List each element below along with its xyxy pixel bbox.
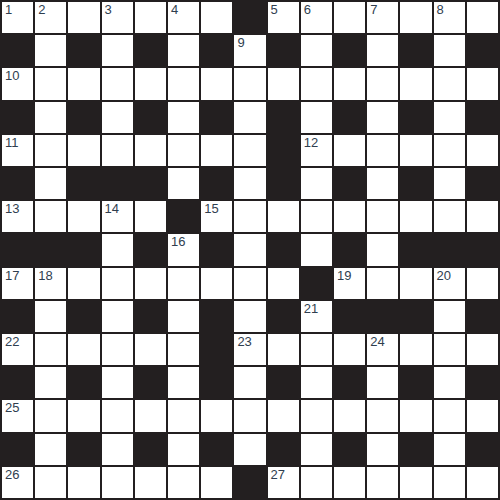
- black-cell-r5c4: [135, 168, 166, 199]
- white-cell-r5c13[interactable]: [434, 168, 465, 199]
- white-cell-r13c5[interactable]: [168, 434, 199, 465]
- white-cell-r8c4[interactable]: [135, 268, 166, 299]
- white-cell-r2c6[interactable]: [201, 68, 232, 99]
- black-cell-r13c6: [201, 434, 232, 465]
- clue-number-19: 19: [337, 269, 351, 283]
- clue-number-4: 4: [171, 3, 178, 17]
- white-cell-r7c9[interactable]: [301, 234, 332, 265]
- white-cell-r6c14[interactable]: [467, 201, 498, 232]
- white-cell-r4c12[interactable]: [400, 135, 431, 166]
- black-cell-r1c12: [400, 35, 431, 66]
- black-cell-r4c8: [268, 135, 299, 166]
- white-cell-r11c5[interactable]: [168, 367, 199, 398]
- white-cell-r14c2[interactable]: [68, 467, 99, 498]
- black-cell-r7c12: [400, 234, 431, 265]
- white-cell-r0c5[interactable]: 4: [168, 2, 199, 33]
- black-cell-r7c0: [2, 234, 33, 265]
- white-cell-r4c4[interactable]: [135, 135, 166, 166]
- white-cell-r5c7[interactable]: [234, 168, 265, 199]
- white-cell-r1c11[interactable]: [367, 35, 398, 66]
- white-cell-r12c1[interactable]: [35, 400, 66, 431]
- clue-number-10: 10: [5, 69, 19, 83]
- white-cell-r12c3[interactable]: [102, 400, 133, 431]
- black-cell-r8c9: [301, 268, 332, 299]
- white-cell-r2c4[interactable]: [135, 68, 166, 99]
- white-cell-r12c9[interactable]: [301, 400, 332, 431]
- white-cell-r2c12[interactable]: [400, 68, 431, 99]
- clue-number-14: 14: [105, 202, 119, 216]
- black-cell-r1c6: [201, 35, 232, 66]
- black-cell-r3c0: [2, 102, 33, 133]
- white-cell-r9c5[interactable]: [168, 301, 199, 332]
- white-cell-r0c0[interactable]: 1: [2, 2, 33, 33]
- white-cell-r2c0[interactable]: 10: [2, 68, 33, 99]
- white-cell-r11c9[interactable]: [301, 367, 332, 398]
- black-cell-r5c8: [268, 168, 299, 199]
- clue-number-12: 12: [304, 136, 318, 150]
- white-cell-r10c8[interactable]: [268, 334, 299, 365]
- white-cell-r14c10[interactable]: [334, 467, 365, 498]
- black-cell-r11c8: [268, 367, 299, 398]
- black-cell-r9c4: [135, 301, 166, 332]
- white-cell-r4c11[interactable]: [367, 135, 398, 166]
- black-cell-r3c10: [334, 102, 365, 133]
- black-cell-r11c0: [2, 367, 33, 398]
- black-cell-r9c11: [367, 301, 398, 332]
- black-cell-r7c13: [434, 234, 465, 265]
- white-cell-r13c13[interactable]: [434, 434, 465, 465]
- white-cell-r13c3[interactable]: [102, 434, 133, 465]
- white-cell-r12c0[interactable]: 25: [2, 400, 33, 431]
- white-cell-r12c14[interactable]: [467, 400, 498, 431]
- white-cell-r14c5[interactable]: [168, 467, 199, 498]
- white-cell-r2c10[interactable]: [334, 68, 365, 99]
- white-cell-r13c7[interactable]: [234, 434, 265, 465]
- white-cell-r6c6[interactable]: 15: [201, 201, 232, 232]
- white-cell-r8c3[interactable]: [102, 268, 133, 299]
- white-cell-r1c7[interactable]: 9: [234, 35, 265, 66]
- white-cell-r2c2[interactable]: [68, 68, 99, 99]
- white-cell-r10c0[interactable]: 22: [2, 334, 33, 365]
- black-cell-r9c10: [334, 301, 365, 332]
- black-cell-r9c6: [201, 301, 232, 332]
- white-cell-r10c4[interactable]: [135, 334, 166, 365]
- white-cell-r2c14[interactable]: [467, 68, 498, 99]
- white-cell-r13c11[interactable]: [367, 434, 398, 465]
- white-cell-r3c7[interactable]: [234, 102, 265, 133]
- black-cell-r14c7: [234, 467, 265, 498]
- white-cell-r3c3[interactable]: [102, 102, 133, 133]
- white-cell-r3c11[interactable]: [367, 102, 398, 133]
- white-cell-r10c12[interactable]: [400, 334, 431, 365]
- black-cell-r11c6: [201, 367, 232, 398]
- white-cell-r14c13[interactable]: [434, 467, 465, 498]
- white-cell-r1c9[interactable]: [301, 35, 332, 66]
- white-cell-r7c11[interactable]: [367, 234, 398, 265]
- white-cell-r3c1[interactable]: [35, 102, 66, 133]
- white-cell-r4c14[interactable]: [467, 135, 498, 166]
- clue-number-13: 13: [5, 202, 19, 216]
- white-cell-r6c8[interactable]: [268, 201, 299, 232]
- white-cell-r2c13[interactable]: [434, 68, 465, 99]
- white-cell-r1c13[interactable]: [434, 35, 465, 66]
- white-cell-r5c9[interactable]: [301, 168, 332, 199]
- white-cell-r4c13[interactable]: [434, 135, 465, 166]
- white-cell-r0c13[interactable]: 8: [434, 2, 465, 33]
- black-cell-r7c2: [68, 234, 99, 265]
- black-cell-r13c8: [268, 434, 299, 465]
- clue-number-15: 15: [204, 202, 218, 216]
- white-cell-r10c11[interactable]: 24: [367, 334, 398, 365]
- white-cell-r6c7[interactable]: [234, 201, 265, 232]
- white-cell-r9c7[interactable]: [234, 301, 265, 332]
- clue-number-3: 3: [105, 3, 112, 17]
- black-cell-r0c7: [234, 2, 265, 33]
- white-cell-r3c5[interactable]: [168, 102, 199, 133]
- white-cell-r0c4[interactable]: [135, 2, 166, 33]
- white-cell-r4c1[interactable]: [35, 135, 66, 166]
- white-cell-r1c5[interactable]: [168, 35, 199, 66]
- clue-number-25: 25: [5, 401, 19, 415]
- white-cell-r8c10[interactable]: 19: [334, 268, 365, 299]
- clue-number-27: 27: [271, 468, 285, 482]
- white-cell-r6c11[interactable]: [367, 201, 398, 232]
- white-cell-r6c4[interactable]: [135, 201, 166, 232]
- black-cell-r1c2: [68, 35, 99, 66]
- black-cell-r5c3: [102, 168, 133, 199]
- white-cell-r7c5[interactable]: 16: [168, 234, 199, 265]
- white-cell-r10c10[interactable]: [334, 334, 365, 365]
- black-cell-r9c14: [467, 301, 498, 332]
- white-cell-r14c0[interactable]: 26: [2, 467, 33, 498]
- black-cell-r5c2: [68, 168, 99, 199]
- black-cell-r7c1: [35, 234, 66, 265]
- white-cell-r6c2[interactable]: [68, 201, 99, 232]
- white-cell-r0c2[interactable]: [68, 2, 99, 33]
- white-cell-r2c7[interactable]: [234, 68, 265, 99]
- white-cell-r14c11[interactable]: [367, 467, 398, 498]
- white-cell-r6c10[interactable]: [334, 201, 365, 232]
- black-cell-r7c4: [135, 234, 166, 265]
- white-cell-r9c13[interactable]: [434, 301, 465, 332]
- white-cell-r0c10[interactable]: [334, 2, 365, 33]
- white-cell-r11c13[interactable]: [434, 367, 465, 398]
- white-cell-r9c1[interactable]: [35, 301, 66, 332]
- white-cell-r13c1[interactable]: [35, 434, 66, 465]
- white-cell-r12c11[interactable]: [367, 400, 398, 431]
- black-cell-r7c8: [268, 234, 299, 265]
- black-cell-r7c10: [334, 234, 365, 265]
- white-cell-r4c5[interactable]: [168, 135, 199, 166]
- white-cell-r11c1[interactable]: [35, 367, 66, 398]
- black-cell-r13c2: [68, 434, 99, 465]
- white-cell-r10c7[interactable]: 23: [234, 334, 265, 365]
- white-cell-r14c12[interactable]: [400, 467, 431, 498]
- white-cell-r0c9[interactable]: 6: [301, 2, 332, 33]
- white-cell-r8c14[interactable]: [467, 268, 498, 299]
- black-cell-r5c10: [334, 168, 365, 199]
- black-cell-r1c4: [135, 35, 166, 66]
- black-cell-r9c2: [68, 301, 99, 332]
- black-cell-r3c14: [467, 102, 498, 133]
- white-cell-r8c11[interactable]: [367, 268, 398, 299]
- black-cell-r13c4: [135, 434, 166, 465]
- white-cell-r0c8[interactable]: 5: [268, 2, 299, 33]
- white-cell-r12c6[interactable]: [201, 400, 232, 431]
- black-cell-r11c12: [400, 367, 431, 398]
- white-cell-r0c12[interactable]: [400, 2, 431, 33]
- white-cell-r6c9[interactable]: [301, 201, 332, 232]
- white-cell-r5c11[interactable]: [367, 168, 398, 199]
- white-cell-r5c5[interactable]: [168, 168, 199, 199]
- black-cell-r1c14: [467, 35, 498, 66]
- white-cell-r4c6[interactable]: [201, 135, 232, 166]
- clue-number-1: 1: [5, 3, 12, 17]
- white-cell-r4c3[interactable]: [102, 135, 133, 166]
- white-cell-r4c2[interactable]: [68, 135, 99, 166]
- black-cell-r3c12: [400, 102, 431, 133]
- white-cell-r8c6[interactable]: [201, 268, 232, 299]
- white-cell-r14c3[interactable]: [102, 467, 133, 498]
- black-cell-r7c14: [467, 234, 498, 265]
- white-cell-r3c9[interactable]: [301, 102, 332, 133]
- clue-number-24: 24: [370, 335, 384, 349]
- white-cell-r8c0[interactable]: 17: [2, 268, 33, 299]
- white-cell-r9c3[interactable]: [102, 301, 133, 332]
- black-cell-r1c8: [268, 35, 299, 66]
- white-cell-r13c9[interactable]: [301, 434, 332, 465]
- white-cell-r8c1[interactable]: 18: [35, 268, 66, 299]
- clue-number-18: 18: [38, 269, 52, 283]
- clue-number-2: 2: [38, 3, 45, 17]
- black-cell-r13c10: [334, 434, 365, 465]
- white-cell-r0c14[interactable]: [467, 2, 498, 33]
- black-cell-r11c14: [467, 367, 498, 398]
- clue-number-11: 11: [5, 136, 19, 150]
- white-cell-r14c8[interactable]: 27: [268, 467, 299, 498]
- white-cell-r12c13[interactable]: [434, 400, 465, 431]
- white-cell-r14c1[interactable]: [35, 467, 66, 498]
- white-cell-r12c8[interactable]: [268, 400, 299, 431]
- clue-number-26: 26: [5, 468, 19, 482]
- white-cell-r11c7[interactable]: [234, 367, 265, 398]
- white-cell-r7c7[interactable]: [234, 234, 265, 265]
- white-cell-r8c2[interactable]: [68, 268, 99, 299]
- black-cell-r6c5: [168, 201, 199, 232]
- white-cell-r4c0[interactable]: 11: [2, 135, 33, 166]
- white-cell-r8c13[interactable]: 20: [434, 268, 465, 299]
- white-cell-r6c13[interactable]: [434, 201, 465, 232]
- white-cell-r2c8[interactable]: [268, 68, 299, 99]
- clue-number-6: 6: [304, 3, 311, 17]
- black-cell-r7c6: [201, 234, 232, 265]
- white-cell-r10c14[interactable]: [467, 334, 498, 365]
- white-cell-r5c1[interactable]: [35, 168, 66, 199]
- white-cell-r14c6[interactable]: [201, 467, 232, 498]
- white-cell-r8c7[interactable]: [234, 268, 265, 299]
- white-cell-r7c3[interactable]: [102, 234, 133, 265]
- black-cell-r13c14: [467, 434, 498, 465]
- clue-number-20: 20: [437, 269, 451, 283]
- white-cell-r14c4[interactable]: [135, 467, 166, 498]
- black-cell-r5c6: [201, 168, 232, 199]
- white-cell-r6c1[interactable]: [35, 201, 66, 232]
- white-cell-r1c3[interactable]: [102, 35, 133, 66]
- clue-number-7: 7: [370, 3, 377, 17]
- black-cell-r13c12: [400, 434, 431, 465]
- clue-number-5: 5: [271, 3, 278, 17]
- white-cell-r12c10[interactable]: [334, 400, 365, 431]
- white-cell-r0c11[interactable]: 7: [367, 2, 398, 33]
- white-cell-r0c1[interactable]: 2: [35, 2, 66, 33]
- black-cell-r3c2: [68, 102, 99, 133]
- black-cell-r10c6: [201, 334, 232, 365]
- white-cell-r6c3[interactable]: 14: [102, 201, 133, 232]
- white-cell-r3c13[interactable]: [434, 102, 465, 133]
- black-cell-r11c10: [334, 367, 365, 398]
- white-cell-r1c1[interactable]: [35, 35, 66, 66]
- white-cell-r11c3[interactable]: [102, 367, 133, 398]
- white-cell-r8c5[interactable]: [168, 268, 199, 299]
- black-cell-r11c4: [135, 367, 166, 398]
- clue-number-16: 16: [171, 235, 185, 249]
- white-cell-r4c10[interactable]: [334, 135, 365, 166]
- clue-number-8: 8: [437, 3, 444, 17]
- white-cell-r8c12[interactable]: [400, 268, 431, 299]
- white-cell-r4c7[interactable]: [234, 135, 265, 166]
- clue-number-23: 23: [237, 335, 251, 349]
- white-cell-r0c3[interactable]: 3: [102, 2, 133, 33]
- black-cell-r5c12: [400, 168, 431, 199]
- white-cell-r14c9[interactable]: [301, 467, 332, 498]
- white-cell-r12c4[interactable]: [135, 400, 166, 431]
- white-cell-r2c1[interactable]: [35, 68, 66, 99]
- white-cell-r12c5[interactable]: [168, 400, 199, 431]
- white-cell-r6c12[interactable]: [400, 201, 431, 232]
- crossword-grid: 1234567891011121314151617181920212223242…: [0, 0, 500, 500]
- black-cell-r9c8: [268, 301, 299, 332]
- white-cell-r0c6[interactable]: [201, 2, 232, 33]
- black-cell-r13c0: [2, 434, 33, 465]
- black-cell-r3c6: [201, 102, 232, 133]
- white-cell-r11c11[interactable]: [367, 367, 398, 398]
- white-cell-r9c9[interactable]: 21: [301, 301, 332, 332]
- white-cell-r12c7[interactable]: [234, 400, 265, 431]
- black-cell-r3c4: [135, 102, 166, 133]
- black-cell-r9c0: [2, 301, 33, 332]
- white-cell-r10c13[interactable]: [434, 334, 465, 365]
- clue-number-21: 21: [304, 302, 318, 316]
- white-cell-r8c8[interactable]: [268, 268, 299, 299]
- white-cell-r10c9[interactable]: [301, 334, 332, 365]
- white-cell-r10c2[interactable]: [68, 334, 99, 365]
- black-cell-r5c0: [2, 168, 33, 199]
- white-cell-r2c9[interactable]: [301, 68, 332, 99]
- white-cell-r6c0[interactable]: 13: [2, 201, 33, 232]
- black-cell-r1c10: [334, 35, 365, 66]
- white-cell-r10c3[interactable]: [102, 334, 133, 365]
- white-cell-r14c14[interactable]: [467, 467, 498, 498]
- white-cell-r2c3[interactable]: [102, 68, 133, 99]
- white-cell-r10c1[interactable]: [35, 334, 66, 365]
- black-cell-r5c14: [467, 168, 498, 199]
- clue-number-9: 9: [237, 36, 244, 50]
- black-cell-r1c0: [2, 35, 33, 66]
- white-cell-r12c2[interactable]: [68, 400, 99, 431]
- black-cell-r11c2: [68, 367, 99, 398]
- clue-number-22: 22: [5, 335, 19, 349]
- black-cell-r9c12: [400, 301, 431, 332]
- white-cell-r12c12[interactable]: [400, 400, 431, 431]
- white-cell-r4c9[interactable]: 12: [301, 135, 332, 166]
- clue-number-17: 17: [5, 269, 19, 283]
- black-cell-r3c8: [268, 102, 299, 133]
- white-cell-r2c5[interactable]: [168, 68, 199, 99]
- white-cell-r10c5[interactable]: [168, 334, 199, 365]
- white-cell-r2c11[interactable]: [367, 68, 398, 99]
